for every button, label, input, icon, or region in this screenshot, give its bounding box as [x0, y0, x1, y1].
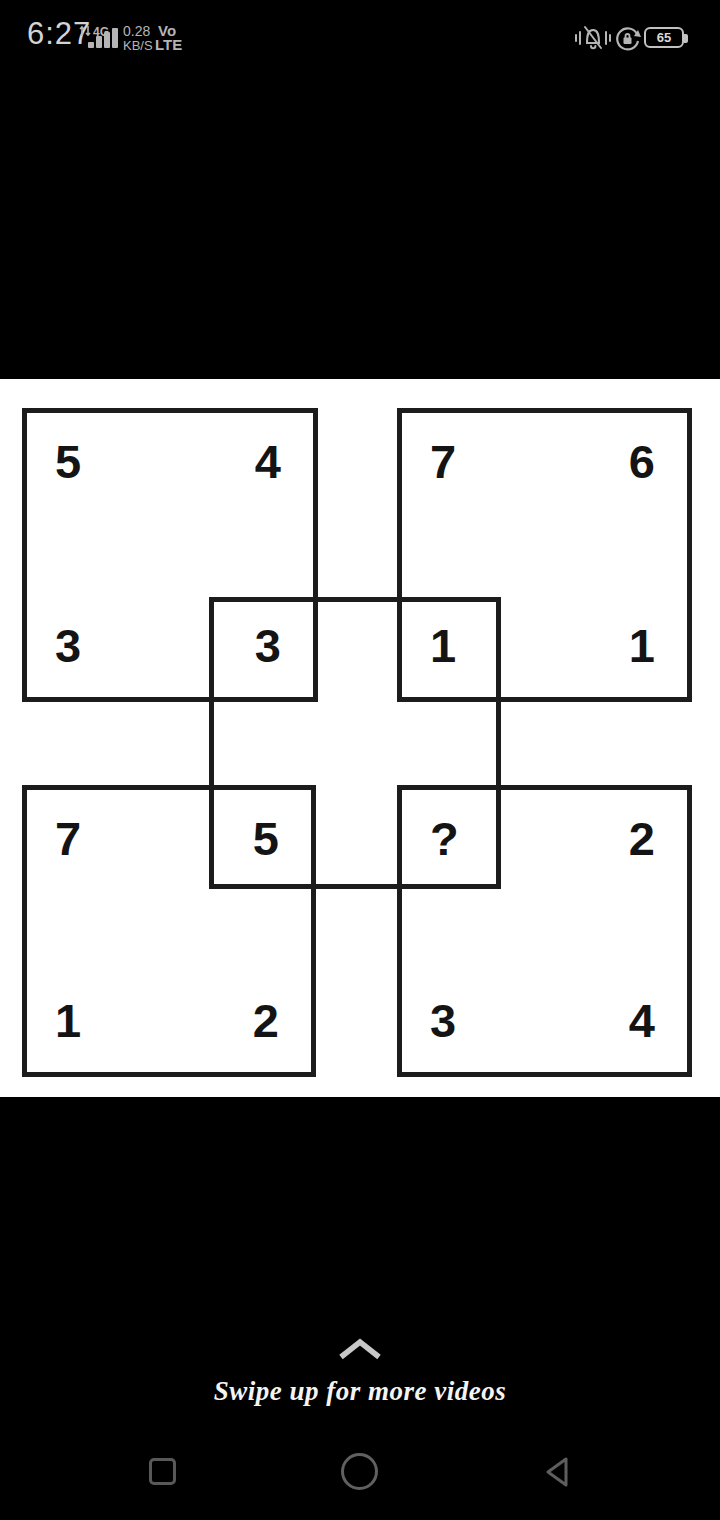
cell-value: 6: [629, 439, 655, 485]
chevron-up-icon[interactable]: [338, 1338, 382, 1360]
data-speed-unit: KB/S: [123, 39, 153, 52]
phone-screen: 6:27 4G 0.28 KB/S Vo LTE: [0, 0, 720, 1520]
volte-label-bottom: LTE: [155, 38, 182, 51]
swipe-up-label: Swipe up for more videos: [0, 1376, 720, 1407]
cell-value: 3: [430, 998, 456, 1044]
battery-icon: 65: [644, 27, 684, 48]
battery-percent: 65: [657, 30, 671, 45]
signal-bars-icon: [88, 28, 118, 48]
cell-value: 4: [255, 439, 281, 485]
center-overlap-square: [209, 597, 501, 889]
cell-value: 1: [629, 623, 655, 669]
cell-value: 3: [55, 623, 81, 669]
cell-value: 2: [253, 998, 279, 1044]
cell-value: 2: [629, 816, 655, 862]
data-speed-value: 0.28: [123, 25, 150, 38]
rotation-lock-icon: [614, 25, 641, 52]
home-button[interactable]: [341, 1453, 378, 1490]
cell-value: 4: [629, 998, 655, 1044]
back-button[interactable]: [540, 1453, 574, 1491]
puzzle-panel: 5 4 3 3 7 6 1 1 7 5 1 2 ? 2 3 4: [0, 379, 720, 1097]
cell-value: 1: [55, 998, 81, 1044]
cell-value: 5: [55, 439, 81, 485]
cell-value: 7: [430, 439, 456, 485]
cell-value: 7: [55, 816, 81, 862]
recents-button[interactable]: [149, 1458, 176, 1485]
vibrate-mute-icon: [574, 23, 612, 53]
